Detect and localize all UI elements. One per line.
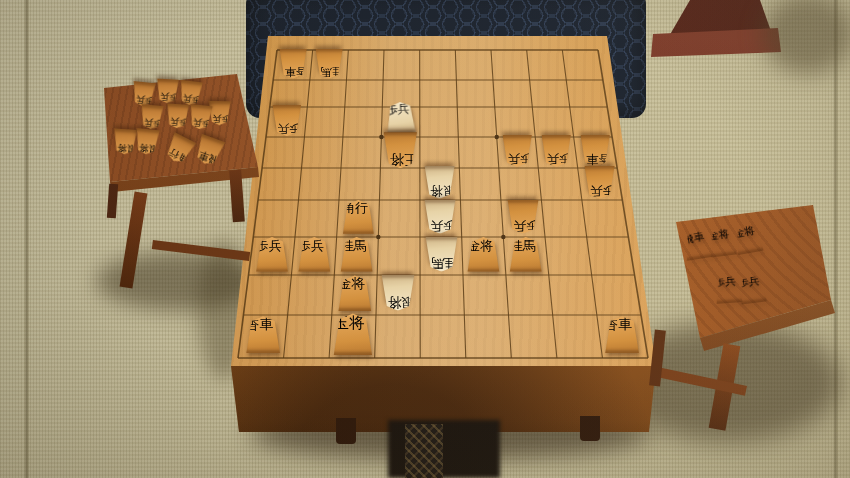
- shogi-piece-金将[interactable]: 金将: [467, 237, 500, 272]
- shogi-piece-歩兵[interactable]: 歩兵: [541, 135, 571, 167]
- shogi-piece-桂馬[interactable]: 桂馬: [509, 237, 542, 272]
- shogi-piece-歩兵[interactable]: 歩兵: [385, 101, 416, 134]
- left-komadai-leg: [107, 184, 118, 219]
- shogi-piece-桂馬[interactable]: 桂馬: [315, 49, 343, 79]
- left-komadai-stretcher: [152, 240, 250, 261]
- shogi-piece-香車[interactable]: 香車: [605, 316, 640, 353]
- patterned-cloth: [405, 424, 443, 478]
- shogi-piece-香車[interactable]: 香車: [580, 135, 610, 167]
- shogi-piece-歩兵[interactable]: 歩兵: [424, 200, 456, 234]
- shogi-piece-歩兵[interactable]: 歩兵: [256, 237, 289, 272]
- shogi-piece-歩兵[interactable]: 歩兵: [584, 166, 615, 199]
- shogi-piece-歩兵[interactable]: 歩兵: [177, 79, 203, 106]
- shogi-piece-飛車[interactable]: 飛車: [681, 229, 712, 261]
- shogi-piece-銀将[interactable]: 銀将: [424, 166, 455, 199]
- shogi-piece-歩兵[interactable]: 歩兵: [737, 274, 767, 305]
- board-leg: [580, 416, 600, 441]
- shogi-piece-香車[interactable]: 香車: [279, 49, 307, 79]
- shogi-piece-金将[interactable]: 金将: [338, 275, 372, 311]
- shogi-piece-歩兵[interactable]: 歩兵: [507, 200, 539, 234]
- shogi-piece-歩兵[interactable]: 歩兵: [130, 81, 155, 107]
- board-leg: [336, 418, 356, 444]
- shogi-piece-歩兵[interactable]: 歩兵: [155, 78, 179, 103]
- shogi-piece-歩兵[interactable]: 歩兵: [298, 237, 331, 272]
- shogi-piece-歩兵[interactable]: 歩兵: [138, 104, 163, 130]
- shogi-piece-銀将[interactable]: 銀将: [381, 275, 415, 311]
- left-komadai-leg: [120, 192, 148, 289]
- shogi-room-scene: 香車桂馬歩兵歩兵王将歩兵歩兵香車銀将歩兵角行歩兵歩兵歩兵歩兵桂馬桂馬金将桂馬金将…: [0, 0, 850, 478]
- tatami-seam-left: [24, 0, 29, 478]
- shogi-piece-桂馬[interactable]: 桂馬: [340, 237, 373, 272]
- shogi-piece-王将[interactable]: 王将: [383, 132, 418, 168]
- shogi-piece-角行[interactable]: 角行: [342, 200, 374, 234]
- shogi-piece-香車[interactable]: 香車: [246, 316, 281, 353]
- shogi-piece-歩兵[interactable]: 歩兵: [502, 135, 532, 167]
- tatami-seam-right: [833, 0, 838, 478]
- shogi-piece-桂馬[interactable]: 桂馬: [425, 237, 458, 272]
- shogi-piece-歩兵[interactable]: 歩兵: [187, 104, 212, 130]
- shogi-piece-玉将[interactable]: 玉将: [333, 313, 373, 355]
- shogi-piece-歩兵[interactable]: 歩兵: [165, 103, 190, 129]
- shogi-piece-歩兵[interactable]: 歩兵: [272, 105, 302, 136]
- shogi-piece-銀将[interactable]: 銀将: [134, 128, 161, 156]
